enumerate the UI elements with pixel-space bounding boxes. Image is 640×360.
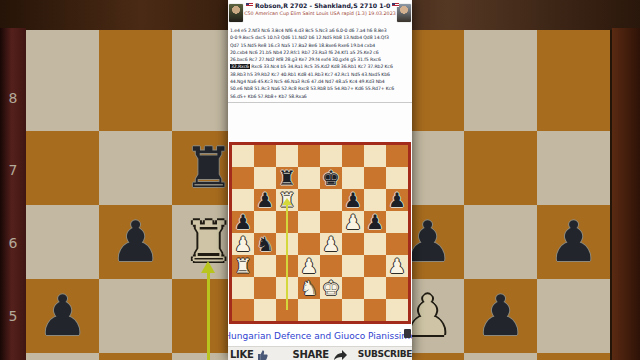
square-g5: ♟ — [364, 211, 386, 233]
bg-square-h8 — [537, 30, 610, 131]
bg-square-g4 — [464, 353, 537, 360]
bg-square-a8 — [26, 30, 99, 131]
black-pawn-piece: ♟ — [254, 189, 276, 211]
bg-square-b7 — [99, 131, 172, 205]
square-h1 — [386, 299, 408, 321]
bg-square-g7 — [464, 131, 537, 205]
square-h6: ♟ — [386, 189, 408, 211]
white-player-photo — [229, 4, 243, 22]
square-b8 — [254, 145, 276, 167]
square-g2 — [364, 277, 386, 299]
square-b5 — [254, 211, 276, 233]
black-pawn-piece: ♟ — [386, 189, 408, 211]
black-knight-piece: ♞ — [254, 233, 276, 255]
bg-square-h5 — [537, 279, 610, 353]
game-panel: Robson,R 2702 - Shankland,S 2710 1-0 C50… — [228, 0, 412, 360]
move-list: 1.e4 e5 2.Nf3 Nc6 3.Bc4 Nf6 4.d3 Bc5 5.N… — [230, 27, 410, 101]
square-g8 — [364, 145, 386, 167]
square-a6 — [232, 189, 254, 211]
square-b2 — [254, 277, 276, 299]
square-a4: ♟ — [232, 233, 254, 255]
black-pawn-piece: ♟ — [342, 189, 364, 211]
bg-square-b5 — [99, 279, 172, 353]
white-pawn-piece: ♟ — [232, 233, 254, 255]
share-button[interactable]: SHARE — [292, 349, 328, 360]
usa-flag-icon — [246, 3, 253, 8]
square-h5 — [386, 211, 408, 233]
square-c7: ♜ — [276, 167, 298, 189]
white-pawn-piece: ♟ — [320, 233, 342, 255]
moves-separator — [228, 102, 412, 103]
white-pawn-piece: ♟ — [386, 255, 408, 277]
thumbs-up-icon[interactable] — [257, 346, 268, 360]
mini-icon — [404, 329, 411, 338]
share-arrow-icon[interactable] — [334, 346, 347, 360]
move-arrow-head — [282, 198, 292, 205]
bg-black-pawn-piece: ♟ — [99, 205, 172, 279]
square-b1 — [254, 299, 276, 321]
move-arrow — [286, 205, 288, 310]
square-d3: ♟ — [298, 255, 320, 277]
square-f3 — [342, 255, 364, 277]
square-a3: ♜ — [232, 255, 254, 277]
rank-label-5: 5 — [0, 308, 26, 324]
bg-square-a7 — [26, 131, 99, 205]
white-king-piece: ♚ — [320, 277, 342, 299]
white-knight-piece: ♞ — [298, 277, 320, 299]
square-f1 — [342, 299, 364, 321]
square-a7 — [232, 167, 254, 189]
action-bar: LIKE SHARE SUBSCRIBE SUBSCRIBE — [228, 346, 412, 360]
bg-white-pawn-piece: ♟ — [26, 353, 99, 360]
usa-flag-icon — [392, 3, 399, 8]
square-a8 — [232, 145, 254, 167]
square-b7 — [254, 167, 276, 189]
bg-square-g6 — [464, 205, 537, 279]
square-b3 — [254, 255, 276, 277]
square-d2: ♞ — [298, 277, 320, 299]
square-f2 — [342, 277, 364, 299]
square-a2 — [232, 277, 254, 299]
players-line: Robson,R 2702 - Shankland,S 2710 1-0 — [244, 2, 396, 9]
square-b4: ♞ — [254, 233, 276, 255]
square-d8 — [298, 145, 320, 167]
square-g4 — [364, 233, 386, 255]
game-header: Robson,R 2702 - Shankland,S 2710 1-0 C50… — [228, 2, 412, 24]
square-f8 — [342, 145, 364, 167]
square-g6 — [364, 189, 386, 211]
square-a1 — [232, 299, 254, 321]
players-text: Robson,R 2702 - Shankland,S 2710 1-0 — [255, 2, 390, 9]
square-g7 — [364, 167, 386, 189]
black-pawn-piece: ♟ — [232, 211, 254, 233]
square-f4 — [342, 233, 364, 255]
square-e1 — [320, 299, 342, 321]
white-pawn-piece: ♟ — [298, 255, 320, 277]
square-e3 — [320, 255, 342, 277]
bg-black-knight-piece: ♞ — [99, 353, 172, 360]
bg-black-pawn-piece: ♟ — [26, 279, 99, 353]
rank-label-8: 8 — [0, 90, 26, 106]
current-move-highlight: 32.Rxc6 — [230, 64, 250, 69]
subscribe-label[interactable]: SUBSCRIBE — [358, 349, 412, 359]
square-f5: ♟ — [342, 211, 364, 233]
video-title-bar: Hungarian Defence and Giuoco Pianissimo — [228, 326, 412, 346]
video-frame: ♜♚♟♜♟♟♟♟♟♟♞♟ 8 7 6 5 Robson,R 2702 - Sha… — [0, 0, 640, 360]
bg-black-pawn-piece: ♟ — [464, 279, 537, 353]
background-move-arrow — [207, 272, 210, 360]
square-f7 — [342, 167, 364, 189]
square-g3 — [364, 255, 386, 277]
square-d4 — [298, 233, 320, 255]
square-h3: ♟ — [386, 255, 408, 277]
board-frame-right — [612, 28, 640, 360]
bg-square-a6 — [26, 205, 99, 279]
square-d7 — [298, 167, 320, 189]
bg-square-h7 — [537, 131, 610, 205]
square-h7 — [386, 167, 408, 189]
like-button[interactable]: LIKE — [230, 349, 253, 360]
square-b6: ♟ — [254, 189, 276, 211]
bg-square-g8 — [464, 30, 537, 131]
black-king-piece: ♚ — [320, 167, 342, 189]
square-e2: ♚ — [320, 277, 342, 299]
video-title: Hungarian Defence and Giuoco Pianissimo — [228, 331, 412, 341]
square-f6: ♟ — [342, 189, 364, 211]
bg-square-b8 — [99, 30, 172, 131]
square-h4 — [386, 233, 408, 255]
bg-black-pawn-piece: ♟ — [537, 205, 610, 279]
black-rook-piece: ♜ — [276, 167, 298, 189]
chess-board: ♜♚♟♜♟♟♟♟♟♟♞♟♜♟♟♞♚ — [229, 142, 411, 324]
black-pawn-piece: ♟ — [364, 211, 386, 233]
bg-square-h4 — [537, 353, 610, 360]
square-e5 — [320, 211, 342, 233]
square-e7: ♚ — [320, 167, 342, 189]
moves-before: 1.e4 e5 2.Nf3 Nc6 3.Bc4 Nf6 4.d3 Bc5 5.N… — [230, 28, 389, 62]
square-g1 — [364, 299, 386, 321]
white-pawn-piece: ♟ — [342, 211, 364, 233]
rank-label-6: 6 — [0, 235, 26, 251]
square-c8 — [276, 145, 298, 167]
square-e6 — [320, 189, 342, 211]
square-h8 — [386, 145, 408, 167]
square-d6 — [298, 189, 320, 211]
background-move-arrow-head — [201, 261, 215, 273]
square-e4: ♟ — [320, 233, 342, 255]
square-h2 — [386, 277, 408, 299]
moves-after: Rxc6 33.Nc4 b5 34.Ra1 Rc5 35.Kd2 Kd8 36.… — [230, 64, 394, 98]
event-line: C50 American Cup Elim Saint Louis USA ra… — [243, 11, 397, 16]
square-a5: ♟ — [232, 211, 254, 233]
white-rook-piece: ♜ — [232, 255, 254, 277]
square-e8 — [320, 145, 342, 167]
rank-label-7: 7 — [0, 162, 26, 178]
square-d1 — [298, 299, 320, 321]
square-d5 — [298, 211, 320, 233]
